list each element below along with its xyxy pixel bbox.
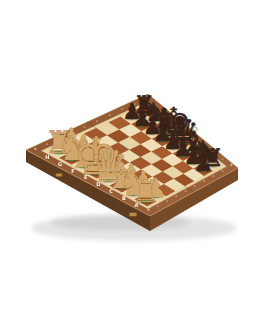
piece-glyph-pawn: ♟: [194, 151, 214, 176]
decor-inlay-mark: *: [109, 113, 111, 118]
decor-inlay-mark: *: [34, 146, 37, 153]
decor-inlay-mark: *: [96, 119, 98, 124]
page-background: HGFEDCBA****************************♜♟♞♟…: [0, 0, 260, 320]
chess-set-svg: HGFEDCBA****************************♜♟♞♟…: [0, 0, 260, 320]
decor-inlay-mark: *: [203, 179, 205, 184]
decor-inlay-mark: *: [230, 162, 233, 169]
front-clasp-pin: [130, 214, 131, 215]
piece-dark-pawn-a7[interactable]: ♟: [194, 151, 214, 176]
product-photo: HGFEDCBA****************************♜♟♞♟…: [0, 0, 260, 320]
decor-inlay-mark: *: [185, 189, 187, 194]
piece-glyph-rook: ♜: [132, 173, 160, 209]
front-clasp-pin: [135, 214, 136, 215]
decor-inlay-mark: *: [194, 184, 196, 189]
hinge-left-pin: [60, 174, 61, 175]
hinge-left: [56, 173, 62, 176]
hinge-left-pin: [57, 174, 58, 175]
front-clasp: [129, 213, 136, 217]
decor-inlay-mark: *: [175, 194, 177, 199]
piece-light-rook-a1[interactable]: ♜: [132, 173, 160, 209]
